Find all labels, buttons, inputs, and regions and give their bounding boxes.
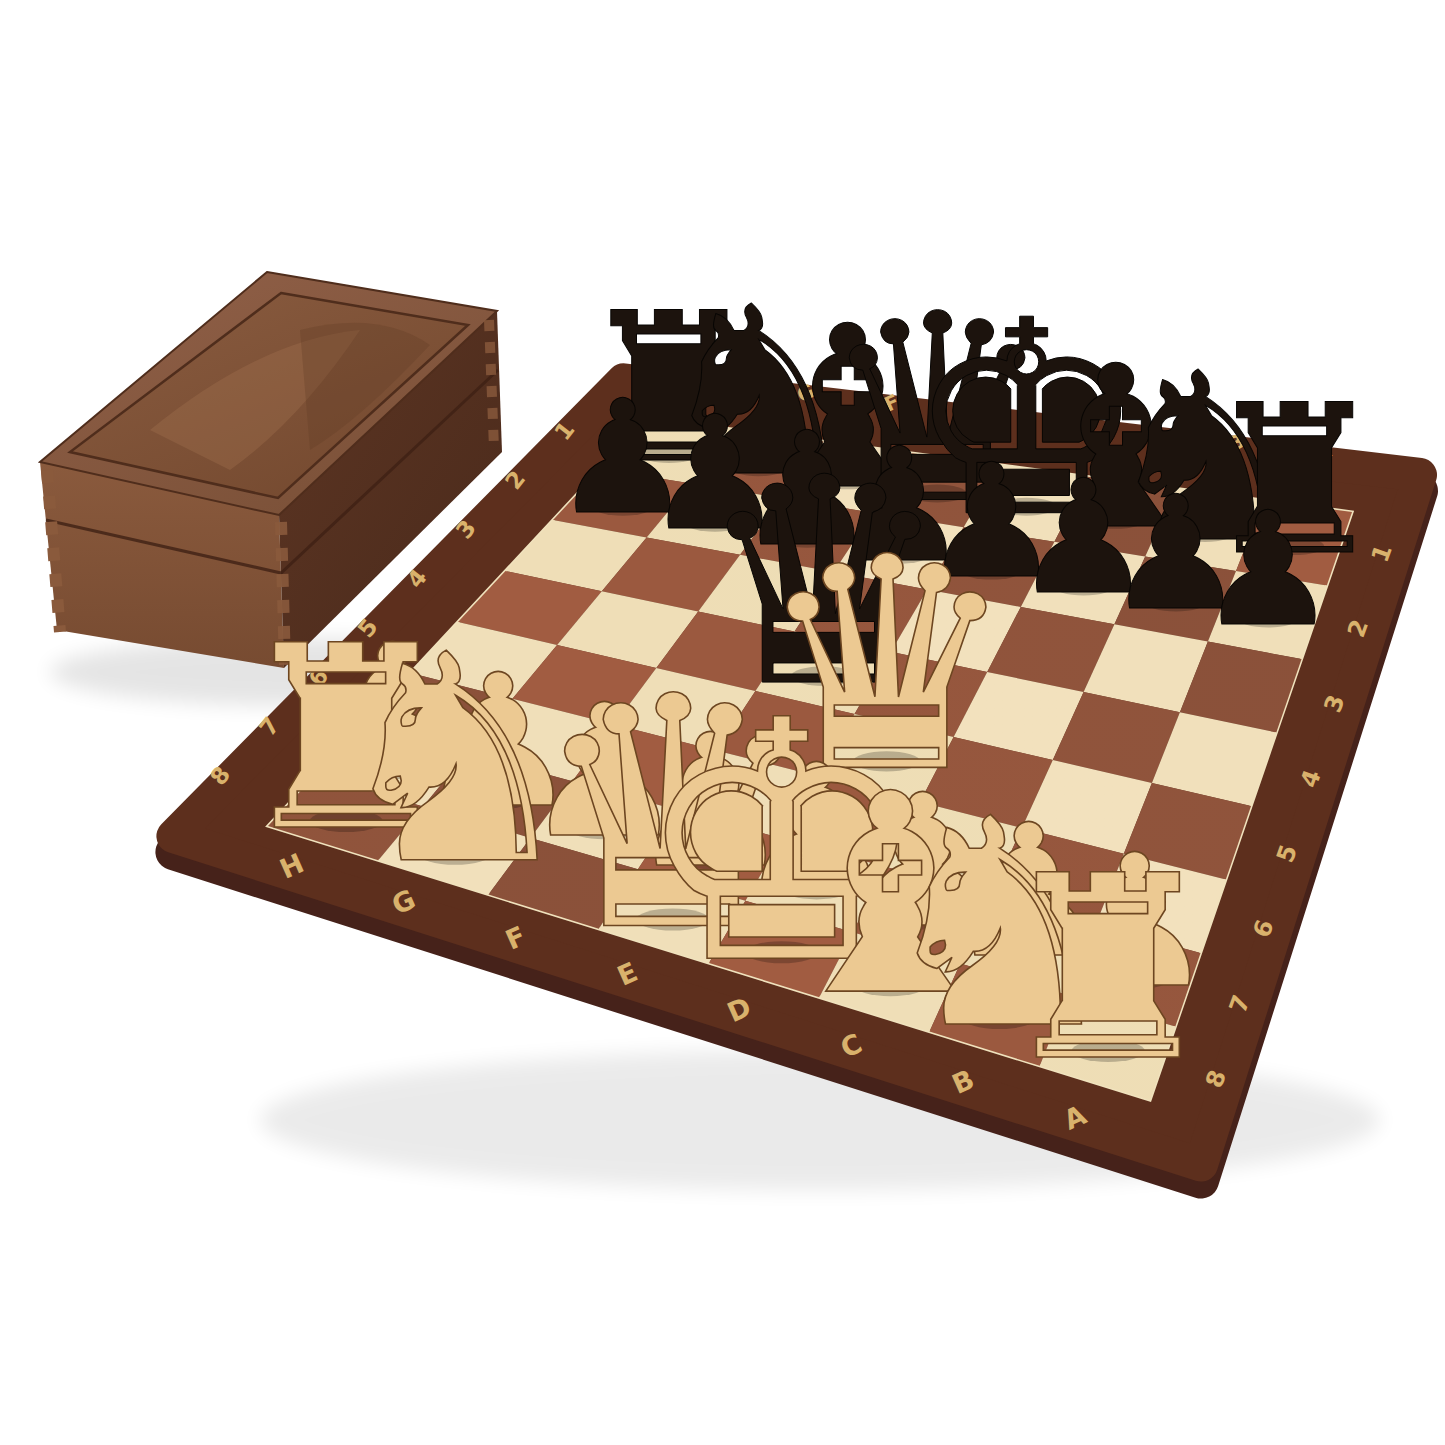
scene-svg: HHGGFFEEDDCCBBAA1122334455667788♜♞♝♛♚♝♞♜… <box>0 0 1445 1445</box>
piece-black-pawn-a2[interactable]: ♟ <box>1198 478 1339 661</box>
product-photo-scene: HHGGFFEEDDCCBBAA1122334455667788♜♞♝♛♚♝♞♜… <box>0 0 1445 1445</box>
piece-white-rook-a8[interactable]: ♜ <box>994 821 1222 1117</box>
piece-glyph: ♟ <box>1198 478 1339 661</box>
piece-glyph: ♜ <box>994 821 1222 1117</box>
